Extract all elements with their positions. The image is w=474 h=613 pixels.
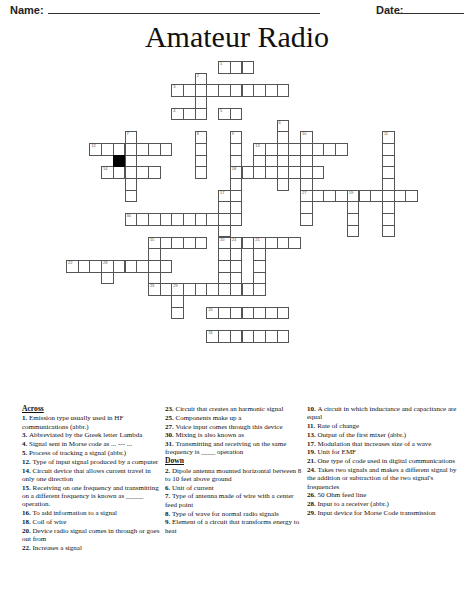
clue-item: 25. Components make up a (165, 414, 303, 422)
grid-cell[interactable] (101, 272, 114, 285)
grid-cell[interactable] (382, 225, 395, 238)
clue-item: 11. Rate of change (307, 422, 457, 430)
grid-cell[interactable] (335, 143, 348, 156)
clue-number: 31 (208, 331, 212, 335)
clue-item: 3. Abbreviated by the Greek letter Lambd… (22, 431, 160, 439)
clue-number: 20 (220, 238, 224, 242)
clue-number: 5 (220, 109, 222, 113)
grid-cell[interactable] (125, 155, 138, 168)
grid-cell[interactable] (218, 201, 231, 214)
clue-item: 15. Receiving on one frequency and trans… (22, 484, 160, 509)
clue-item: 29. Input device for Morse Code transmis… (307, 509, 457, 517)
grid-cell[interactable] (347, 225, 360, 238)
clue-item: 27. Voice input comes through this devic… (165, 423, 303, 431)
grid-cell[interactable] (277, 84, 290, 97)
clue-number: 3 (173, 85, 175, 89)
clue-number: 8 (197, 132, 199, 136)
clue-item: 8. Type of wave for normal radio signals (165, 510, 303, 518)
grid-cell[interactable]: 7 (125, 131, 138, 144)
clue-number: 27 (302, 191, 306, 195)
clue-item: 16. To add information to a signal (22, 509, 160, 517)
clue-item: 21. One type of code used in digital com… (307, 457, 457, 465)
clue-item: 7. Type of antenna made of wire with a c… (165, 492, 303, 509)
grid-cell[interactable] (253, 272, 266, 285)
clue-number: 9 (232, 132, 234, 136)
clue-column-2: 23. Circuit that creates an harmonic sig… (165, 405, 303, 535)
grid-cell[interactable] (300, 155, 313, 168)
grid-cell[interactable] (230, 213, 243, 226)
grid-cell[interactable] (242, 61, 255, 74)
grid-cell[interactable] (230, 108, 243, 121)
clue-number: 13 (255, 144, 259, 148)
clue-item: 24. Takes two signals and makes a differ… (307, 466, 457, 491)
grid-cell[interactable] (230, 272, 243, 285)
grid-cell[interactable] (312, 166, 325, 179)
clue-column-1: Across 1. Emission type usually used in … (22, 405, 160, 553)
clue-item: 18. Coil of wire (22, 518, 160, 526)
clue-number: 17 (220, 191, 224, 195)
grid-cell[interactable] (253, 155, 266, 168)
grid-cell[interactable] (195, 237, 208, 250)
grid-cell[interactable] (300, 178, 313, 191)
clue-number: 18 (232, 167, 236, 171)
blocked-cell (113, 155, 126, 168)
clue-item: 22. Increases a signal (22, 544, 160, 552)
date-label: Date: (376, 4, 404, 16)
clue-number: 14 (103, 167, 107, 171)
clue-number: 25 (208, 308, 212, 312)
clue-item: 19. Unit for EMF (307, 448, 457, 456)
clue-number: 1 (220, 62, 222, 66)
clue-number: 28 (103, 261, 107, 265)
clue-number: 29 (173, 284, 177, 288)
grid-cell[interactable] (148, 272, 161, 285)
grid-cell[interactable] (195, 166, 208, 179)
grid-cell[interactable] (148, 166, 161, 179)
clue-column-3: 10. A circuit in which inductance and ca… (307, 405, 457, 518)
grid-cell[interactable] (160, 143, 173, 156)
clue-item: 5. Process of tracking a signal (abbr.) (22, 449, 160, 457)
clue-item: 1. Emission type usually used in HF comm… (22, 414, 160, 431)
clue-item: 10. A circuit in which inductance and ca… (307, 405, 457, 422)
clue-item: 12. Type of input signal produced by a c… (22, 458, 160, 466)
clue-item: 30. Mixing is also known as (165, 431, 303, 439)
grid-cell[interactable] (277, 330, 290, 343)
clue-number: 10 (302, 132, 306, 136)
puzzle-title: Amateur Radio (0, 20, 474, 54)
grid-cell[interactable] (171, 307, 184, 320)
clue-number: 6 (279, 121, 281, 125)
clue-number: 19 (349, 191, 353, 195)
clue-item: 23. Circuit that creates an harmonic sig… (165, 405, 303, 413)
clue-item: 17. Modulation that increases size of a … (307, 440, 457, 448)
worksheet-page: { "header": { "name_label": "Name:", "da… (0, 0, 474, 613)
grid-cell[interactable] (160, 260, 173, 273)
clue-number: 12 (91, 144, 95, 148)
clue-number: 30 (127, 214, 131, 218)
clue-number: 23 (150, 284, 154, 288)
clue-number: 7 (127, 132, 129, 136)
grid-cell[interactable]: 10 (300, 131, 313, 144)
grid-cell[interactable]: 2 (195, 73, 208, 86)
name-label: Name: (10, 4, 44, 16)
clue-item: 13. Output of the first mixer (abbr.) (307, 431, 457, 439)
grid-cell[interactable] (230, 155, 243, 168)
grid-cell[interactable] (277, 178, 290, 191)
clue-item: 4. Signal sent in Morse code as ... --- … (22, 440, 160, 448)
clue-number: 24 (232, 238, 236, 242)
clue-item: 31. Transmitting and receiving on the sa… (165, 440, 303, 457)
clue-item: 28. Input to a receiver (abbr.) (307, 500, 457, 508)
across-header: Across (22, 405, 160, 413)
grid-cell[interactable] (195, 96, 208, 109)
grid-cell[interactable] (300, 213, 313, 226)
date-input-line[interactable] (398, 12, 464, 14)
crossword-grid: 1345121415131820242122282329252719303126… (66, 61, 418, 343)
grid-cell[interactable] (148, 248, 161, 261)
clue-number: 21 (255, 238, 259, 242)
clue-item: 26. 50 Ohm feed line (307, 491, 457, 499)
clue-item: 2. Dipole antenna mounted horizontal bet… (165, 467, 303, 484)
clue-number: 4 (173, 109, 175, 113)
down-header: Down (165, 457, 303, 465)
grid-cell[interactable] (382, 178, 395, 191)
clue-number: 22 (68, 261, 72, 265)
clue-number: 2 (197, 74, 199, 78)
clue-item: 6. Unit of current (165, 484, 303, 492)
grid-cell[interactable] (405, 190, 418, 203)
grid-cell[interactable] (277, 155, 290, 168)
grid-cell[interactable] (277, 307, 290, 320)
clue-number: 11 (384, 132, 388, 136)
grid-cell[interactable] (288, 237, 301, 250)
clue-number: 15 (150, 238, 154, 242)
grid-cell[interactable] (218, 225, 231, 238)
grid-cell[interactable] (230, 201, 243, 214)
clue-item: 14. Circuit device that allows current t… (22, 467, 160, 484)
grid-cell[interactable] (253, 283, 266, 296)
clue-item: 9. Element of a circuit that transforms … (165, 518, 303, 535)
name-input-line[interactable] (48, 12, 320, 14)
clue-item: 20. Device radio signal comes in through… (22, 527, 160, 544)
grid-cell[interactable] (125, 190, 138, 203)
grid-cell[interactable] (277, 131, 290, 144)
grid-cell[interactable] (195, 108, 208, 121)
